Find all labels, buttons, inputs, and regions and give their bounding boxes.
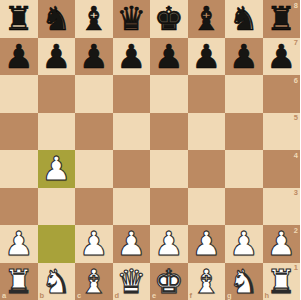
- square-f3[interactable]: [188, 188, 226, 226]
- square-c3[interactable]: [75, 188, 113, 226]
- piece-white-rook[interactable]: ♜: [266, 263, 296, 300]
- square-d7[interactable]: ♟: [113, 38, 151, 76]
- square-g4[interactable]: [225, 150, 263, 188]
- square-e5[interactable]: [150, 113, 188, 151]
- square-e1[interactable]: ♚e: [150, 263, 188, 300]
- square-d6[interactable]: [113, 75, 151, 113]
- square-g6[interactable]: [225, 75, 263, 113]
- square-c4[interactable]: [75, 150, 113, 188]
- square-c5[interactable]: [75, 113, 113, 151]
- square-b8[interactable]: ♞: [38, 0, 76, 38]
- piece-white-pawn[interactable]: ♟: [154, 225, 184, 263]
- square-a7[interactable]: ♟: [0, 38, 38, 76]
- piece-black-rook[interactable]: ♜: [266, 0, 296, 38]
- square-d5[interactable]: [113, 113, 151, 151]
- piece-white-pawn[interactable]: ♟: [116, 225, 146, 263]
- square-g8[interactable]: ♞: [225, 0, 263, 38]
- piece-white-knight[interactable]: ♞: [41, 263, 71, 300]
- piece-white-queen[interactable]: ♛: [116, 263, 146, 300]
- square-e6[interactable]: [150, 75, 188, 113]
- piece-white-pawn[interactable]: ♟: [79, 225, 109, 263]
- square-c8[interactable]: ♝: [75, 0, 113, 38]
- square-e4[interactable]: [150, 150, 188, 188]
- square-e8[interactable]: ♚: [150, 0, 188, 38]
- chess-board: ♜♞♝♛♚♝♞♜8♟♟♟♟♟♟♟♟765♟43♟♟♟♟♟♟♟2♜a♞b♝c♛d♚…: [0, 0, 300, 300]
- piece-black-pawn[interactable]: ♟: [154, 38, 184, 76]
- rank-label-4: 4: [294, 152, 298, 160]
- piece-white-pawn[interactable]: ♟: [266, 225, 296, 263]
- square-g5[interactable]: [225, 113, 263, 151]
- square-f4[interactable]: [188, 150, 226, 188]
- square-f5[interactable]: [188, 113, 226, 151]
- piece-black-pawn[interactable]: ♟: [191, 38, 221, 76]
- square-a5[interactable]: [0, 113, 38, 151]
- square-e2[interactable]: ♟: [150, 225, 188, 263]
- piece-white-knight[interactable]: ♞: [229, 263, 259, 300]
- square-g2[interactable]: ♟: [225, 225, 263, 263]
- piece-white-bishop[interactable]: ♝: [79, 263, 109, 300]
- piece-white-pawn[interactable]: ♟: [229, 225, 259, 263]
- square-a1[interactable]: ♜a: [0, 263, 38, 300]
- square-d8[interactable]: ♛: [113, 0, 151, 38]
- rank-label-5: 5: [294, 114, 298, 122]
- piece-black-queen[interactable]: ♛: [116, 0, 146, 38]
- square-d2[interactable]: ♟: [113, 225, 151, 263]
- square-h3[interactable]: 3: [263, 188, 301, 226]
- square-h6[interactable]: 6: [263, 75, 301, 113]
- square-f7[interactable]: ♟: [188, 38, 226, 76]
- square-b6[interactable]: [38, 75, 76, 113]
- piece-black-knight[interactable]: ♞: [229, 0, 259, 38]
- square-b3[interactable]: [38, 188, 76, 226]
- square-d4[interactable]: [113, 150, 151, 188]
- rank-label-6: 6: [294, 77, 298, 85]
- piece-white-king[interactable]: ♚: [154, 263, 184, 300]
- piece-white-pawn[interactable]: ♟: [41, 150, 71, 188]
- piece-white-rook[interactable]: ♜: [4, 263, 34, 300]
- square-h1[interactable]: ♜1h: [263, 263, 301, 300]
- piece-black-pawn[interactable]: ♟: [79, 38, 109, 76]
- piece-white-bishop[interactable]: ♝: [191, 263, 221, 300]
- square-f6[interactable]: [188, 75, 226, 113]
- piece-black-pawn[interactable]: ♟: [266, 38, 296, 76]
- square-f8[interactable]: ♝: [188, 0, 226, 38]
- square-h8[interactable]: ♜8: [263, 0, 301, 38]
- square-e3[interactable]: [150, 188, 188, 226]
- square-f1[interactable]: ♝f: [188, 263, 226, 300]
- piece-black-king[interactable]: ♚: [154, 0, 184, 38]
- square-a8[interactable]: ♜: [0, 0, 38, 38]
- square-h2[interactable]: ♟2: [263, 225, 301, 263]
- square-h5[interactable]: 5: [263, 113, 301, 151]
- square-f2[interactable]: ♟: [188, 225, 226, 263]
- piece-white-pawn[interactable]: ♟: [191, 225, 221, 263]
- piece-white-pawn[interactable]: ♟: [4, 225, 34, 263]
- square-h7[interactable]: ♟7: [263, 38, 301, 76]
- square-g3[interactable]: [225, 188, 263, 226]
- square-b2[interactable]: [38, 225, 76, 263]
- square-a2[interactable]: ♟: [0, 225, 38, 263]
- rank-label-3: 3: [294, 189, 298, 197]
- square-a4[interactable]: [0, 150, 38, 188]
- square-b5[interactable]: [38, 113, 76, 151]
- square-b7[interactable]: ♟: [38, 38, 76, 76]
- piece-black-pawn[interactable]: ♟: [116, 38, 146, 76]
- piece-black-pawn[interactable]: ♟: [4, 38, 34, 76]
- piece-black-pawn[interactable]: ♟: [229, 38, 259, 76]
- square-a3[interactable]: [0, 188, 38, 226]
- square-b1[interactable]: ♞b: [38, 263, 76, 300]
- chess-board-container: ♜♞♝♛♚♝♞♜8♟♟♟♟♟♟♟♟765♟43♟♟♟♟♟♟♟2♜a♞b♝c♛d♚…: [0, 0, 300, 300]
- piece-black-rook[interactable]: ♜: [4, 0, 34, 38]
- square-c2[interactable]: ♟: [75, 225, 113, 263]
- square-a6[interactable]: [0, 75, 38, 113]
- square-c6[interactable]: [75, 75, 113, 113]
- square-b4[interactable]: ♟: [38, 150, 76, 188]
- square-h4[interactable]: 4: [263, 150, 301, 188]
- square-g1[interactable]: ♞g: [225, 263, 263, 300]
- piece-black-bishop[interactable]: ♝: [191, 0, 221, 38]
- square-d3[interactable]: [113, 188, 151, 226]
- piece-black-pawn[interactable]: ♟: [41, 38, 71, 76]
- square-g7[interactable]: ♟: [225, 38, 263, 76]
- square-c7[interactable]: ♟: [75, 38, 113, 76]
- square-d1[interactable]: ♛d: [113, 263, 151, 300]
- piece-black-knight[interactable]: ♞: [41, 0, 71, 38]
- piece-black-bishop[interactable]: ♝: [79, 0, 109, 38]
- square-c1[interactable]: ♝c: [75, 263, 113, 300]
- square-e7[interactable]: ♟: [150, 38, 188, 76]
